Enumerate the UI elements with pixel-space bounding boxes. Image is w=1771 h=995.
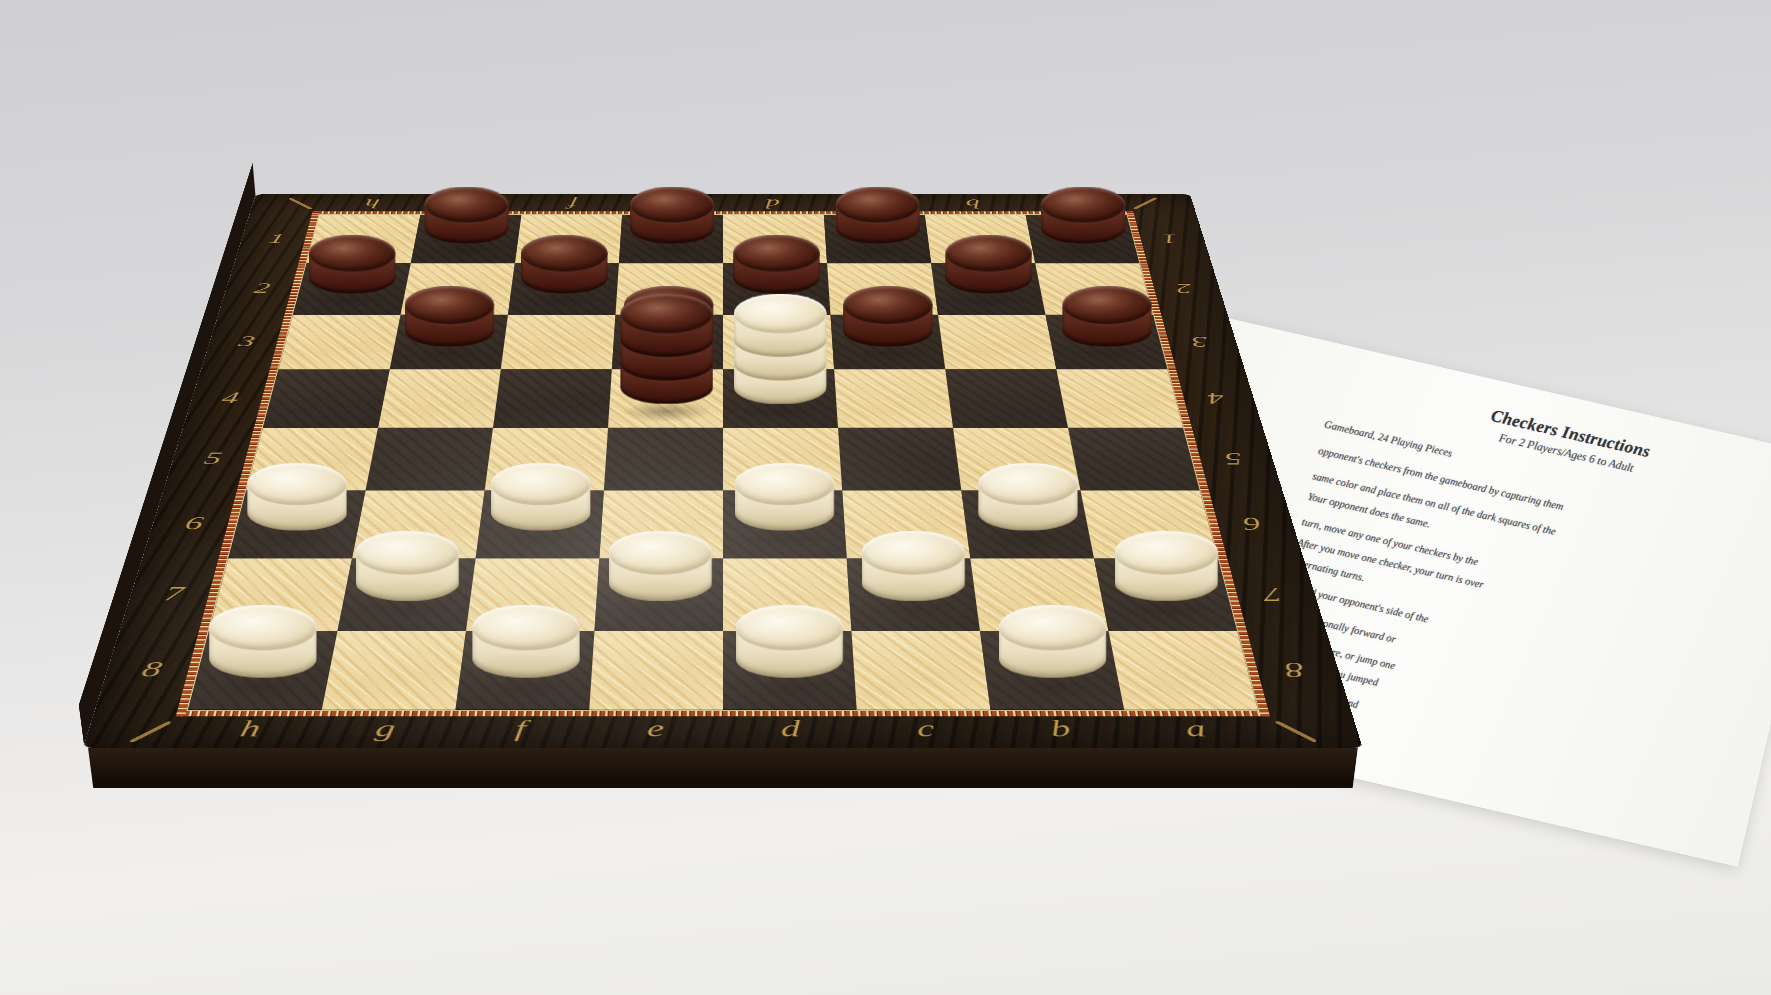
file-label-bottom-f: f (451, 714, 589, 743)
dark-checker-a3 (1062, 286, 1152, 347)
piece-reflection (353, 598, 457, 624)
dark-checker-disc (308, 235, 395, 294)
square-a4 (1056, 369, 1183, 428)
rank-label-left-2: 2 (230, 263, 295, 314)
dark-checker-disc (733, 235, 820, 294)
piece-reflection (1063, 344, 1154, 363)
square-e7 (595, 558, 723, 631)
square-f6 (476, 491, 604, 559)
dark-checker-a1 (1041, 186, 1125, 243)
dark-checker-g3 (404, 286, 494, 347)
square-e1 (619, 215, 723, 263)
square-b6 (961, 491, 1094, 559)
piece-reflection (490, 527, 588, 551)
file-label-bottom-g: g (315, 714, 455, 743)
white-checker-disc (472, 604, 580, 677)
square-d6 (723, 491, 847, 559)
disc-top (998, 604, 1106, 650)
file-label-top-f: f (522, 196, 624, 211)
square-a3 (1045, 315, 1167, 370)
square-h4 (263, 369, 390, 428)
stack-of-3-white-checkers-d4 (733, 293, 826, 403)
piece-reflection (979, 527, 1079, 551)
white-checker-b8 (998, 604, 1106, 677)
file-label-top-h: h (321, 196, 425, 211)
dark-checker-b2 (945, 235, 1032, 294)
stack-of-3-dark-checkers-e4 (620, 293, 713, 403)
corner-inlay-top-left (286, 198, 315, 209)
dark-checker-disc (1041, 186, 1125, 243)
white-checker-disc (490, 463, 590, 531)
white-checker-d6 (734, 463, 834, 531)
disc-top (843, 286, 933, 324)
disc-top (424, 186, 508, 222)
disc-top (1114, 531, 1217, 575)
square-b4 (945, 369, 1068, 428)
white-checker-disc (608, 531, 711, 601)
disc-top (978, 463, 1078, 505)
square-d4 (723, 369, 838, 428)
dark-checker-g1 (424, 186, 508, 243)
white-checker-g7 (355, 531, 458, 601)
rank-label-left-1: 1 (245, 215, 307, 263)
square-g5 (365, 428, 493, 491)
disc-top (733, 293, 826, 332)
square-h2 (293, 263, 411, 314)
piece-reflection (244, 527, 345, 551)
white-checker-disc (735, 604, 843, 677)
disc-top (630, 186, 714, 222)
white-checker-d8 (735, 604, 843, 677)
piece-reflection (520, 291, 605, 309)
piece-reflection (1116, 598, 1221, 624)
white-checker-e7 (608, 531, 711, 601)
file-label-bottom-b: b (991, 714, 1131, 743)
square-c3 (830, 315, 945, 370)
disc-top (945, 235, 1032, 272)
white-checker-f8 (472, 604, 580, 677)
square-c7 (847, 558, 980, 631)
board-front-edge (88, 748, 1358, 788)
file-label-bottom-c: c (857, 714, 995, 743)
piece-reflection (736, 527, 833, 551)
square-g4 (378, 369, 501, 428)
square-d8 (723, 631, 857, 710)
rank-label-right-5: 5 (1197, 428, 1270, 491)
disc-top (472, 604, 580, 650)
dark-checker-e1 (630, 186, 714, 243)
disc-top (404, 286, 494, 324)
rank-label-right-1: 1 (1139, 215, 1201, 263)
white-checker-b6 (978, 463, 1078, 531)
disc-top (308, 235, 395, 272)
dark-checker-disc (521, 235, 608, 294)
square-h3 (279, 315, 401, 370)
disc-top (209, 604, 317, 650)
square-f8 (456, 631, 595, 710)
dark-checker-h2 (308, 235, 395, 294)
white-checker-c7 (861, 531, 964, 601)
disc-top (1041, 186, 1125, 222)
rank-label-right-4: 4 (1181, 369, 1251, 428)
piece-reflection (403, 344, 492, 363)
white-checker-h6 (247, 463, 347, 531)
dark-checker-disc (424, 186, 508, 243)
white-checker-disc (355, 531, 458, 601)
square-h8 (188, 631, 337, 710)
dark-checker-disc (843, 286, 933, 347)
piece-reflection (609, 598, 709, 624)
dark-checker-d2 (733, 235, 820, 294)
dark-checker-disc (620, 293, 713, 356)
piece-reflection (631, 241, 712, 258)
disc-top (608, 531, 711, 575)
disc-top (247, 463, 347, 505)
disc-top (620, 293, 713, 332)
square-a8 (1108, 631, 1257, 710)
file-labels-bottom: hgfedcba (179, 714, 1267, 743)
square-c4 (834, 369, 953, 428)
square-h6 (228, 491, 365, 559)
rank-label-right-6: 6 (1214, 491, 1291, 559)
square-f3 (501, 315, 616, 370)
disc-top (490, 463, 590, 505)
white-checker-disc (733, 293, 826, 356)
square-c1 (824, 215, 931, 263)
disc-top (835, 186, 919, 222)
file-label-bottom-a: a (1125, 714, 1267, 743)
white-checker-disc (998, 604, 1106, 677)
white-checker-disc (209, 604, 317, 677)
disc-top (521, 235, 608, 272)
square-g7 (338, 558, 476, 631)
piece-reflection (306, 291, 394, 309)
dark-checker-c1 (835, 186, 919, 243)
dark-checker-c3 (843, 286, 933, 347)
piece-reflection (1042, 241, 1127, 258)
square-c5 (838, 428, 961, 491)
piece-reflection (423, 241, 507, 258)
file-label-bottom-d: d (723, 714, 859, 743)
file-label-top-b: b (922, 196, 1025, 211)
piece-reflection (863, 598, 965, 624)
white-checker-h8 (209, 604, 317, 677)
dark-checker-disc (945, 235, 1032, 294)
dark-checker-disc (1062, 286, 1152, 347)
rank-label-left-4: 4 (195, 369, 265, 428)
white-checker-disc (247, 463, 347, 531)
file-label-top-d: d (723, 196, 824, 211)
square-b8 (980, 631, 1124, 710)
square-g3 (390, 315, 508, 370)
square-g8 (322, 631, 466, 710)
white-checker-a7 (1114, 531, 1217, 601)
rank-label-right-7: 7 (1233, 558, 1313, 631)
rank-label-left-3: 3 (213, 314, 280, 369)
square-a7 (1094, 558, 1237, 631)
corner-inlay-top-right (1131, 198, 1160, 209)
corner-inlay-bottom-left (130, 721, 171, 742)
checkers-board: hgfedcba hgfedcba 12345678 12345678 (83, 194, 1362, 747)
disc-top (733, 235, 820, 272)
file-label-bottom-e: e (587, 714, 723, 743)
dark-checker-f2 (521, 235, 608, 294)
white-checker-disc (978, 463, 1078, 531)
rank-label-right-3: 3 (1166, 314, 1233, 369)
dark-checker-disc (835, 186, 919, 243)
white-checker-disc (861, 531, 964, 601)
rank-label-right-2: 2 (1152, 263, 1217, 314)
square-c8 (851, 631, 990, 710)
piece-reflection (844, 344, 932, 363)
dark-checker-disc (404, 286, 494, 347)
piece-reflection (946, 291, 1032, 309)
square-e8 (589, 631, 723, 710)
square-e4 (608, 369, 723, 428)
perspective-scene: hgfedcba hgfedcba 12345678 12345678 (0, 0, 1771, 995)
square-g1 (411, 215, 521, 263)
square-b3 (938, 315, 1056, 370)
photo-backdrop: Checkers Instructions For 2 Players/Ages… (0, 0, 1771, 995)
square-f4 (493, 369, 612, 428)
disc-top (735, 604, 843, 650)
square-e5 (604, 428, 723, 491)
square-b2 (931, 263, 1045, 314)
white-checker-f6 (490, 463, 590, 531)
white-checker-disc (734, 463, 834, 531)
disc-top (1062, 286, 1152, 324)
dark-checker-disc (630, 186, 714, 243)
disc-top (861, 531, 964, 575)
white-checker-disc (1114, 531, 1217, 601)
file-label-bottom-h: h (179, 714, 321, 743)
square-f2 (508, 263, 619, 314)
square-a1 (1026, 215, 1140, 263)
corner-inlay-bottom-right (1275, 721, 1316, 742)
piece-reflection (837, 241, 919, 258)
board-grid (188, 215, 1258, 710)
rank-label-left-5: 5 (176, 428, 249, 491)
disc-top (734, 463, 834, 505)
square-a5 (1068, 428, 1200, 491)
disc-top (355, 531, 458, 575)
